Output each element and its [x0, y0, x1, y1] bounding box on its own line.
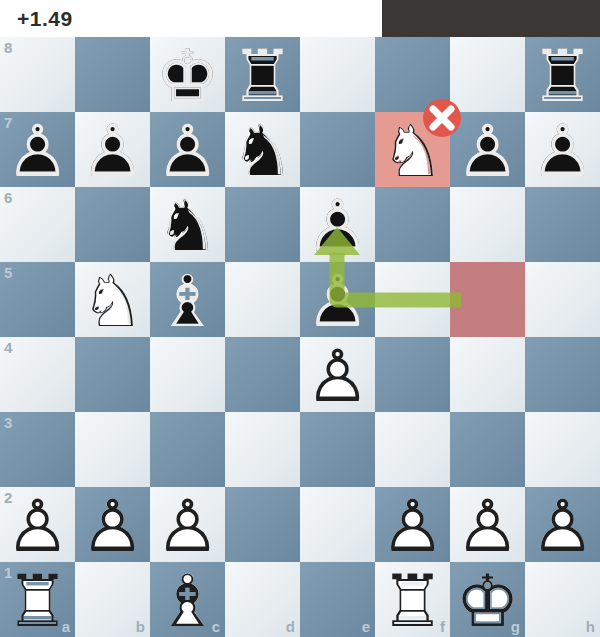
- square-f1[interactable]: f♜♖: [375, 562, 450, 637]
- file-label-e: e: [362, 619, 370, 634]
- piece-black-bishop-c5[interactable]: ♝♗: [150, 262, 225, 337]
- piece-white-rook-a1[interactable]: ♜♖: [0, 562, 75, 637]
- square-h3[interactable]: [525, 412, 600, 487]
- square-g7[interactable]: ♟♙: [450, 112, 525, 187]
- piece-white-pawn-g2[interactable]: ♟♙: [450, 487, 525, 562]
- chess-board: 8♚♔♜♖♜♖7♟♙♟♙♟♙♞♘♞♘♟♙♟♙6♞♘♟♙5♞♘♝♗♟♙4♟♙32♟…: [0, 37, 600, 637]
- piece-white-rook-f1[interactable]: ♜♖: [375, 562, 450, 637]
- piece-black-knight-d7[interactable]: ♞♘: [225, 112, 300, 187]
- piece-black-pawn-g7[interactable]: ♟♙: [450, 112, 525, 187]
- piece-black-king-c8[interactable]: ♚♔: [150, 37, 225, 112]
- square-e3[interactable]: [300, 412, 375, 487]
- square-d5[interactable]: [225, 262, 300, 337]
- square-f4[interactable]: [375, 337, 450, 412]
- square-h8[interactable]: ♜♖: [525, 37, 600, 112]
- square-d4[interactable]: [225, 337, 300, 412]
- piece-white-pawn-a2[interactable]: ♟♙: [0, 487, 75, 562]
- square-d7[interactable]: ♞♘: [225, 112, 300, 187]
- square-e5[interactable]: ♟♙: [300, 262, 375, 337]
- square-a8[interactable]: 8: [0, 37, 75, 112]
- piece-black-pawn-c7[interactable]: ♟♙: [150, 112, 225, 187]
- square-g8[interactable]: [450, 37, 525, 112]
- square-b3[interactable]: [75, 412, 150, 487]
- piece-white-bishop-c1[interactable]: ♝♗: [150, 562, 225, 637]
- square-g6[interactable]: [450, 187, 525, 262]
- square-b1[interactable]: b: [75, 562, 150, 637]
- square-f6[interactable]: [375, 187, 450, 262]
- piece-white-pawn-c2[interactable]: ♟♙: [150, 487, 225, 562]
- square-g4[interactable]: [450, 337, 525, 412]
- app-screen: +1.49 8♚♔♜♖♜♖7♟♙♟♙♟♙♞♘♞♘♟♙♟♙6♞♘♟♙5♞♘♝♗♟♙…: [0, 0, 600, 637]
- square-a1[interactable]: 1a♜♖: [0, 562, 75, 637]
- piece-white-knight-b5[interactable]: ♞♘: [75, 262, 150, 337]
- rank-label-4: 4: [4, 340, 12, 355]
- square-b8[interactable]: [75, 37, 150, 112]
- square-b6[interactable]: [75, 187, 150, 262]
- eval-score: +1.49: [0, 7, 73, 31]
- square-b5[interactable]: ♞♘: [75, 262, 150, 337]
- piece-black-pawn-e5[interactable]: ♟♙: [300, 262, 375, 337]
- piece-white-pawn-b2[interactable]: ♟♙: [75, 487, 150, 562]
- square-d8[interactable]: ♜♖: [225, 37, 300, 112]
- piece-black-pawn-h7[interactable]: ♟♙: [525, 112, 600, 187]
- piece-black-pawn-a7[interactable]: ♟♙: [0, 112, 75, 187]
- square-f2[interactable]: ♟♙: [375, 487, 450, 562]
- eval-bar-white-fill: +1.49: [0, 0, 382, 37]
- piece-white-knight-f7[interactable]: ♞♘: [375, 112, 450, 187]
- square-f5[interactable]: [375, 262, 450, 337]
- rank-label-3: 3: [4, 415, 12, 430]
- square-a7[interactable]: 7♟♙: [0, 112, 75, 187]
- square-e2[interactable]: [300, 487, 375, 562]
- square-d1[interactable]: d: [225, 562, 300, 637]
- square-g3[interactable]: [450, 412, 525, 487]
- square-e6[interactable]: ♟♙: [300, 187, 375, 262]
- square-b2[interactable]: ♟♙: [75, 487, 150, 562]
- square-d6[interactable]: [225, 187, 300, 262]
- square-a4[interactable]: 4: [0, 337, 75, 412]
- square-f7[interactable]: ♞♘: [375, 112, 450, 187]
- square-c8[interactable]: ♚♔: [150, 37, 225, 112]
- square-e1[interactable]: e: [300, 562, 375, 637]
- square-c5[interactable]: ♝♗: [150, 262, 225, 337]
- square-e4[interactable]: ♟♙: [300, 337, 375, 412]
- square-g1[interactable]: g♚♔: [450, 562, 525, 637]
- square-c6[interactable]: ♞♘: [150, 187, 225, 262]
- square-f3[interactable]: [375, 412, 450, 487]
- square-e8[interactable]: [300, 37, 375, 112]
- file-label-d: d: [286, 619, 295, 634]
- piece-black-rook-h8[interactable]: ♜♖: [525, 37, 600, 112]
- square-g5[interactable]: [450, 262, 525, 337]
- square-b7[interactable]: ♟♙: [75, 112, 150, 187]
- square-h2[interactable]: ♟♙: [525, 487, 600, 562]
- file-label-h: h: [586, 619, 595, 634]
- piece-white-pawn-h2[interactable]: ♟♙: [525, 487, 600, 562]
- file-label-b: b: [136, 619, 145, 634]
- rank-label-5: 5: [4, 265, 12, 280]
- piece-white-pawn-e4[interactable]: ♟♙: [300, 337, 375, 412]
- square-d3[interactable]: [225, 412, 300, 487]
- piece-black-pawn-b7[interactable]: ♟♙: [75, 112, 150, 187]
- piece-black-rook-d8[interactable]: ♜♖: [225, 37, 300, 112]
- piece-black-pawn-e6[interactable]: ♟♙: [300, 187, 375, 262]
- square-d2[interactable]: [225, 487, 300, 562]
- square-a2[interactable]: 2♟♙: [0, 487, 75, 562]
- square-h5[interactable]: [525, 262, 600, 337]
- square-e7[interactable]: [300, 112, 375, 187]
- square-h6[interactable]: [525, 187, 600, 262]
- rank-label-6: 6: [4, 190, 12, 205]
- rank-label-8: 8: [4, 40, 12, 55]
- square-h1[interactable]: h: [525, 562, 600, 637]
- eval-bar: +1.49: [0, 0, 600, 37]
- square-h4[interactable]: [525, 337, 600, 412]
- piece-white-king-g1[interactable]: ♚♔: [450, 562, 525, 637]
- square-c1[interactable]: c♝♗: [150, 562, 225, 637]
- piece-white-pawn-f2[interactable]: ♟♙: [375, 487, 450, 562]
- square-c2[interactable]: ♟♙: [150, 487, 225, 562]
- square-a6[interactable]: 6: [0, 187, 75, 262]
- square-c4[interactable]: [150, 337, 225, 412]
- square-g2[interactable]: ♟♙: [450, 487, 525, 562]
- square-f8[interactable]: [375, 37, 450, 112]
- square-a3[interactable]: 3: [0, 412, 75, 487]
- square-b4[interactable]: [75, 337, 150, 412]
- square-c3[interactable]: [150, 412, 225, 487]
- piece-black-knight-c6[interactable]: ♞♘: [150, 187, 225, 262]
- square-h7[interactable]: ♟♙: [525, 112, 600, 187]
- square-c7[interactable]: ♟♙: [150, 112, 225, 187]
- square-a5[interactable]: 5: [0, 262, 75, 337]
